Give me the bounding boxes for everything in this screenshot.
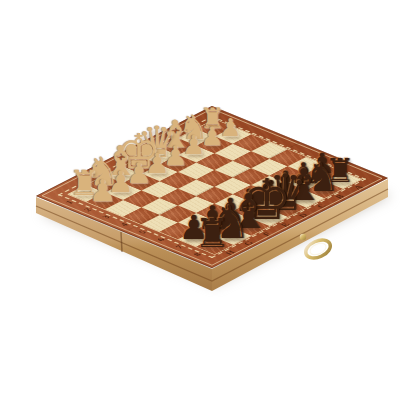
piece-black-rook-h8[interactable]: ♜ bbox=[194, 213, 229, 253]
piece-white-pawn-h2[interactable]: ♟ bbox=[89, 176, 116, 206]
rank-label-6: 6 bbox=[154, 237, 166, 242]
brass-clasp-icon bbox=[300, 234, 333, 262]
rank-label-5: 5 bbox=[136, 229, 148, 234]
rank-label-4: 4 bbox=[118, 222, 130, 227]
chess-set-photo: 12345678 HGFEDCBA ♜♞♝♛♚♝♞♜♟♟♟♟♟♟♟♟♟♟♟♟♟♟… bbox=[0, 0, 400, 400]
fold-seam-line-side bbox=[121, 232, 122, 252]
rank-label-3: 3 bbox=[99, 214, 111, 219]
